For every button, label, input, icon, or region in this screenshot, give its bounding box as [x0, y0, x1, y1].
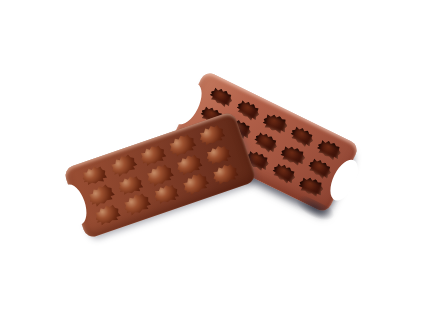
chocolate-bump	[109, 154, 137, 177]
chocolate-bump	[145, 163, 173, 186]
chocolate-bump	[168, 134, 196, 157]
chocolate-bump	[139, 144, 167, 167]
chocolate-bump	[182, 173, 210, 196]
chocolate-bump	[116, 173, 144, 196]
chocolate-cavity	[297, 174, 325, 199]
chocolate-bump	[80, 164, 108, 187]
chocolate-bump	[152, 183, 180, 206]
product-photo-scene	[0, 0, 423, 318]
chocolate-bump	[175, 153, 203, 176]
chocolate-bump	[204, 143, 232, 166]
chocolate-bump	[123, 193, 151, 216]
chocolate-bump	[198, 123, 226, 146]
chocolate-bump	[211, 163, 239, 186]
chocolate-cavity	[270, 161, 298, 186]
front-chocolate-mold-tray	[63, 111, 257, 240]
chocolate-bump	[86, 184, 114, 207]
bump-grid	[63, 111, 257, 240]
chocolate-bump	[93, 203, 121, 226]
